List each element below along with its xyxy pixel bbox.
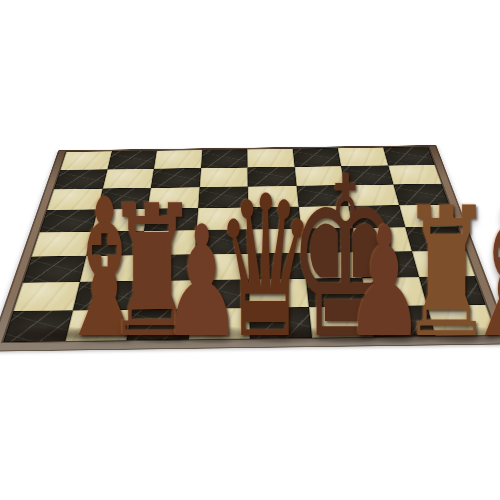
pieces-layer: ♝♜♟♛♚♟♜♝ [0,0,500,500]
photo-background: ♝♜♟♛♚♟♜♝ [0,0,500,500]
